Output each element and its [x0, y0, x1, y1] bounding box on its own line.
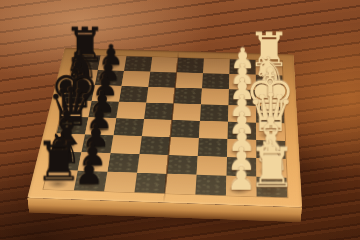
square-a7[interactable]: ♟ [74, 171, 107, 191]
square-e3[interactable] [200, 104, 229, 121]
square-c5[interactable] [139, 136, 170, 155]
square-f3[interactable] [201, 88, 229, 105]
square-d4[interactable] [170, 120, 200, 138]
square-h4[interactable] [177, 58, 204, 73]
square-b3[interactable] [197, 156, 227, 176]
square-c4[interactable] [169, 137, 199, 156]
square-a4[interactable] [165, 174, 197, 195]
square-d3[interactable] [199, 121, 228, 139]
square-a1[interactable]: ♜ [256, 177, 287, 198]
square-b5[interactable] [137, 154, 169, 174]
square-b4[interactable] [167, 155, 198, 175]
square-g6[interactable] [122, 71, 151, 87]
square-c3[interactable] [198, 138, 228, 157]
piece-black-pawn-a7[interactable]: ♟ [74, 157, 103, 190]
board-frame: ♜♟♟♜♞♟♟♞♝♟♟♝♚♟♟♚♛♟♟♛♝♟♟♝♞♟♟♞♜♟♟♜ [27, 48, 302, 208]
photo-stage: ♜♟♟♜♞♟♟♞♝♟♟♝♚♟♟♚♛♟♟♛♝♟♟♝♞♟♟♞♜♟♟♜ [0, 0, 360, 240]
square-f5[interactable] [146, 87, 175, 104]
square-h6[interactable] [124, 56, 152, 71]
square-g5[interactable] [148, 72, 176, 88]
square-g3[interactable] [202, 73, 229, 89]
square-h5[interactable] [150, 57, 178, 72]
square-h3[interactable] [203, 59, 230, 74]
square-g4[interactable] [175, 72, 203, 88]
square-a6[interactable] [104, 172, 137, 192]
square-e5[interactable] [144, 103, 174, 120]
square-f4[interactable] [174, 88, 202, 105]
square-d6[interactable] [113, 118, 144, 136]
square-e6[interactable] [116, 102, 146, 119]
square-d5[interactable] [142, 119, 172, 137]
square-a3[interactable] [195, 175, 226, 196]
chess-board-3d: ♜♟♟♜♞♟♟♞♝♟♟♝♚♟♟♚♛♟♟♛♝♟♟♝♞♟♟♞♜♟♟♜ [27, 48, 302, 208]
square-f6[interactable] [119, 86, 148, 103]
square-b6[interactable] [107, 153, 139, 173]
square-e4[interactable] [172, 104, 201, 121]
square-a8[interactable]: ♜ [44, 170, 78, 190]
square-a5[interactable] [134, 173, 166, 194]
square-c6[interactable] [110, 135, 141, 154]
piece-white-rook-a1[interactable]: ♜ [247, 141, 296, 196]
board-scene: ♜♟♟♜♞♟♟♞♝♟♟♝♚♟♟♚♛♟♟♛♝♟♟♝♞♟♟♞♜♟♟♜ [0, 0, 360, 240]
